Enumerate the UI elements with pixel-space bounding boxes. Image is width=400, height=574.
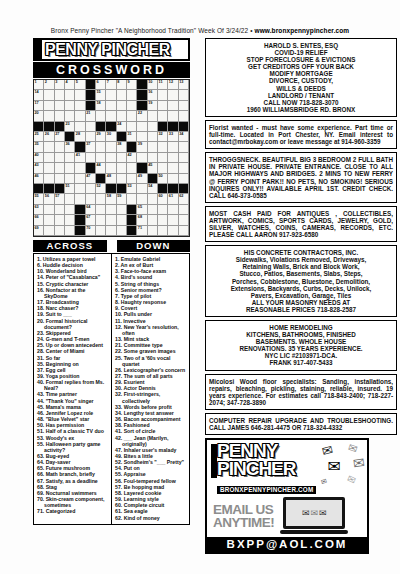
clue: 51. Half of a classic TV duo xyxy=(37,428,109,434)
white-cell[interactable] xyxy=(96,194,106,204)
white-cell[interactable] xyxy=(168,174,178,184)
white-cell[interactable]: 51 xyxy=(65,184,75,194)
white-cell[interactable] xyxy=(137,184,147,194)
white-cell[interactable] xyxy=(127,101,137,111)
white-cell[interactable]: 60 xyxy=(158,194,168,204)
white-cell[interactable]: 24 xyxy=(117,122,127,132)
white-cell[interactable]: 26 xyxy=(44,132,54,142)
white-cell[interactable] xyxy=(137,153,147,163)
white-cell[interactable]: 10 xyxy=(148,80,158,90)
email-address-bar: BXPP@AOL.COM xyxy=(207,537,367,552)
cell-number: 46 xyxy=(35,174,39,178)
ad-line: Porches, Cobblestone, Bluestone, Demolit… xyxy=(209,278,393,285)
white-cell[interactable]: 5 xyxy=(75,80,85,90)
white-cell[interactable]: 46 xyxy=(34,174,44,184)
cell-number: 34 xyxy=(179,132,183,136)
white-cell[interactable]: 45 xyxy=(148,163,158,173)
white-cell[interactable]: 3 xyxy=(55,80,65,90)
black-cell xyxy=(75,142,85,152)
white-cell[interactable] xyxy=(179,163,189,173)
cell-number: 4 xyxy=(65,80,67,84)
white-cell[interactable] xyxy=(117,163,127,173)
white-cell[interactable]: 17 xyxy=(34,101,44,111)
white-cell[interactable] xyxy=(44,111,54,121)
white-cell[interactable] xyxy=(106,101,116,111)
white-cell[interactable] xyxy=(44,153,54,163)
cell-number: 62 xyxy=(179,194,183,198)
cell-number: 42 xyxy=(127,153,131,157)
white-cell[interactable] xyxy=(44,90,54,100)
white-cell[interactable]: 63 xyxy=(34,205,44,215)
black-cell xyxy=(137,101,147,111)
white-cell[interactable]: 8 xyxy=(117,80,127,90)
white-cell[interactable] xyxy=(75,101,85,111)
white-cell[interactable] xyxy=(148,153,158,163)
white-cell[interactable]: 42 xyxy=(127,153,137,163)
white-cell[interactable]: 36 xyxy=(65,142,75,152)
ad-line: DIVORCE, CUSTODY, xyxy=(209,77,393,84)
white-cell[interactable]: 2 xyxy=(44,80,54,90)
white-cell[interactable] xyxy=(65,215,75,225)
black-cell xyxy=(75,205,85,215)
white-cell[interactable] xyxy=(117,101,127,111)
white-cell[interactable] xyxy=(127,111,137,121)
white-cell[interactable]: 50 xyxy=(158,174,168,184)
ad-line: KITCHENS, BATHROOMS, FINISHED xyxy=(209,331,393,338)
across-clues: 1. Utilizes a paper towel6. Huddle decis… xyxy=(34,254,111,524)
cell-number: 43 xyxy=(35,163,39,167)
white-cell[interactable] xyxy=(44,205,54,215)
ad-line: Extensions, Backyards, Curbs, Decks, Uni… xyxy=(209,285,393,292)
white-cell[interactable] xyxy=(168,101,178,111)
white-cell[interactable] xyxy=(106,90,116,100)
white-cell[interactable]: 15 xyxy=(96,90,106,100)
white-cell[interactable]: 39 xyxy=(137,142,147,152)
white-cell[interactable]: 40 xyxy=(34,153,44,163)
black-cell xyxy=(96,174,106,184)
black-cell xyxy=(34,184,44,194)
ad-line: BASEMENTS. WHOLE HOUSE xyxy=(209,338,393,345)
white-cell[interactable] xyxy=(168,153,178,163)
white-cell[interactable] xyxy=(75,90,85,100)
white-cell[interactable] xyxy=(117,111,127,121)
cell-number: 16 xyxy=(148,90,152,94)
ads-column: HAROLD S. ENTES, ESQCOVID-19 RELIEFSTOP … xyxy=(205,38,397,554)
white-cell[interactable]: 9 xyxy=(127,80,137,90)
white-cell[interactable] xyxy=(127,90,137,100)
envelope-icon: ✉ xyxy=(352,455,366,470)
white-cell[interactable] xyxy=(96,205,106,215)
white-cell[interactable] xyxy=(65,163,75,173)
white-cell[interactable]: 47 xyxy=(86,174,96,184)
classified-ad: HAROLD S. ENTES, ESQCOVID-19 RELIEFSTOP … xyxy=(205,38,397,117)
cell-number: 55 xyxy=(35,194,39,198)
clue: 70. Skin-cream component, sometimes xyxy=(37,496,109,508)
cell-number: 23 xyxy=(65,122,69,126)
ad-line: Retaining Walls, Brick and Block Work, xyxy=(209,263,393,270)
white-cell[interactable] xyxy=(117,205,127,215)
white-cell[interactable]: 65 xyxy=(137,205,147,215)
white-cell[interactable] xyxy=(168,90,178,100)
cell-number: 9 xyxy=(127,80,129,84)
white-cell[interactable]: 64 xyxy=(86,205,96,215)
cell-number: 32 xyxy=(158,132,162,136)
white-cell[interactable] xyxy=(44,226,54,236)
white-cell[interactable] xyxy=(158,163,168,173)
white-cell[interactable] xyxy=(158,205,168,215)
white-cell[interactable] xyxy=(117,215,127,225)
white-cell[interactable]: 7 xyxy=(106,80,116,90)
white-cell[interactable]: 54 xyxy=(148,184,158,194)
white-cell[interactable]: 49 xyxy=(137,174,147,184)
clue-headers: ACROSS DOWN xyxy=(33,240,190,252)
white-cell[interactable]: 1 xyxy=(34,80,44,90)
white-cell[interactable] xyxy=(148,142,158,152)
cell-number: 2 xyxy=(45,80,47,84)
white-cell[interactable] xyxy=(158,215,168,225)
clue: 20. Formal historical document? xyxy=(37,318,109,330)
white-cell[interactable] xyxy=(55,163,65,173)
white-cell[interactable]: 30 xyxy=(106,132,116,142)
white-cell[interactable]: 6 xyxy=(96,80,106,90)
white-cell[interactable]: 69 xyxy=(34,226,44,236)
white-cell[interactable] xyxy=(148,122,158,132)
black-cell xyxy=(55,122,65,132)
laptop-screen: ✉ ✉ ✉ xyxy=(283,497,345,529)
ad-line: LANDLORD / TENANT xyxy=(209,92,393,99)
white-cell[interactable] xyxy=(44,142,54,152)
white-cell[interactable]: 25 xyxy=(34,132,44,142)
ad-line: 1960 WILLIAMSBRIDGE RD. BRONX xyxy=(209,106,393,113)
ad-line: Pavers, Excavation, Garage, Tiles xyxy=(209,292,393,299)
white-cell[interactable] xyxy=(158,111,168,121)
white-cell[interactable] xyxy=(179,142,189,152)
clue-box: 1. Utilizes a paper towel6. Huddle decis… xyxy=(33,253,190,525)
down-clues: 1. Emulate Gabriel2. An ex of Burt3. Fac… xyxy=(111,254,189,524)
white-cell[interactable] xyxy=(55,153,65,163)
white-cell[interactable] xyxy=(86,122,96,132)
cell-number: 44 xyxy=(96,163,100,167)
white-cell[interactable] xyxy=(55,205,65,215)
white-cell[interactable] xyxy=(75,174,85,184)
classified-ad: HIS CONCRETE CONTRACTORS, INC.Sidewalks,… xyxy=(205,245,397,317)
white-cell[interactable] xyxy=(65,153,75,163)
cell-number: 48 xyxy=(107,174,111,178)
white-cell[interactable]: 35 xyxy=(34,142,44,152)
envelope-icon: ✉ xyxy=(302,509,310,518)
cell-number: 52 xyxy=(96,184,100,188)
white-cell[interactable] xyxy=(148,205,158,215)
black-cell xyxy=(65,132,75,142)
cell-number: 58 xyxy=(107,194,111,198)
white-cell[interactable]: 57 xyxy=(55,194,65,204)
white-cell[interactable] xyxy=(55,111,65,121)
white-cell[interactable] xyxy=(179,90,189,100)
black-cell xyxy=(127,142,137,152)
cell-number: 60 xyxy=(158,194,162,198)
white-cell[interactable] xyxy=(158,101,168,111)
email-us-line2: ANYTIME! xyxy=(213,516,274,529)
white-cell[interactable]: 31 xyxy=(127,132,137,142)
black-cell xyxy=(117,184,127,194)
white-cell[interactable] xyxy=(75,163,85,173)
ad-line: WILLS & DEEDS xyxy=(209,85,393,92)
cell-number: 21 xyxy=(86,111,90,115)
white-cell[interactable] xyxy=(55,174,65,184)
ad-line: Sidewalks, Violations Removed, Driveways… xyxy=(209,256,393,263)
white-cell[interactable] xyxy=(55,142,65,152)
white-cell[interactable]: 66 xyxy=(34,215,44,225)
white-cell[interactable] xyxy=(137,122,147,132)
header-url: www.bronxpennypincher.com xyxy=(254,27,349,34)
white-cell[interactable]: 48 xyxy=(106,174,116,184)
black-cell xyxy=(86,90,96,100)
clue: 12. New Year's resolution, often xyxy=(115,324,187,336)
white-cell[interactable] xyxy=(148,132,158,142)
ad-line: MODIFY MORTGAGE xyxy=(209,70,393,77)
white-cell[interactable] xyxy=(106,215,116,225)
white-cell[interactable] xyxy=(44,101,54,111)
white-cell[interactable] xyxy=(117,174,127,184)
classified-ad: MOST CASH PAID FOR ANTIQUES , COLLECTIBL… xyxy=(205,206,397,242)
white-cell[interactable] xyxy=(168,215,178,225)
white-cell[interactable] xyxy=(127,122,137,132)
white-cell[interactable]: 62 xyxy=(179,194,189,204)
white-cell[interactable]: 29 xyxy=(96,132,106,142)
cell-number: 5 xyxy=(76,80,78,84)
white-cell[interactable]: 43 xyxy=(34,163,44,173)
cell-number: 51 xyxy=(65,184,69,188)
ad-line: HIS CONCRETE CONTRACTORS, INC. xyxy=(209,249,393,256)
white-cell[interactable] xyxy=(179,205,189,215)
ad-line: REASONABLE PRICES 718-828-2587 xyxy=(209,306,393,313)
white-cell[interactable]: 20 xyxy=(34,111,44,121)
black-cell xyxy=(55,184,65,194)
white-cell[interactable]: 38 xyxy=(117,142,127,152)
white-cell[interactable]: 4 xyxy=(65,80,75,90)
classified-ad: Florist wanted - must have some experien… xyxy=(205,120,397,149)
white-cell[interactable] xyxy=(65,226,75,236)
white-cell[interactable] xyxy=(96,153,106,163)
clue: 14. Peter of "Casablanca" xyxy=(37,274,109,280)
white-cell[interactable]: 16 xyxy=(148,90,158,100)
clue: 40. Formal replies from Ms. Neal? xyxy=(37,379,109,391)
white-cell[interactable] xyxy=(44,215,54,225)
cell-number: 17 xyxy=(35,101,39,105)
white-cell[interactable] xyxy=(168,111,178,121)
email-ad-site-bar: BRONXPENNYPINCHER.COM xyxy=(217,486,316,494)
white-cell[interactable]: 37 xyxy=(86,142,96,152)
white-cell[interactable] xyxy=(65,205,75,215)
ad-line: HAROLD S. ENTES, ESQ xyxy=(209,42,393,49)
white-cell[interactable]: 23 xyxy=(65,122,75,132)
ad-line: CALL NOW 718-828-3070 xyxy=(209,99,393,106)
white-cell[interactable]: 11 xyxy=(158,80,168,90)
white-cell[interactable] xyxy=(96,111,106,121)
black-cell xyxy=(148,174,158,184)
white-cell[interactable] xyxy=(86,184,96,194)
white-cell[interactable] xyxy=(106,111,116,121)
envelope-icon: ✉ xyxy=(310,509,318,518)
white-cell[interactable] xyxy=(158,90,168,100)
white-cell[interactable]: 59 xyxy=(117,194,127,204)
white-cell[interactable] xyxy=(168,163,178,173)
white-cell[interactable] xyxy=(106,226,116,236)
black-cell xyxy=(106,184,116,194)
white-cell[interactable] xyxy=(65,111,75,121)
black-cell xyxy=(137,90,147,100)
white-cell[interactable]: 13 xyxy=(179,80,189,90)
white-cell[interactable] xyxy=(55,101,65,111)
cell-number: 20 xyxy=(35,111,39,115)
cell-number: 38 xyxy=(117,142,121,146)
white-cell[interactable] xyxy=(86,153,96,163)
cell-number: 36 xyxy=(65,142,69,146)
white-cell[interactable]: 68 xyxy=(137,215,147,225)
white-cell[interactable]: 28 xyxy=(75,132,85,142)
white-cell[interactable] xyxy=(55,90,65,100)
white-cell[interactable] xyxy=(75,122,85,132)
cell-number: 49 xyxy=(138,174,142,178)
cell-number: 14 xyxy=(35,90,39,94)
white-cell[interactable] xyxy=(148,215,158,225)
white-cell[interactable]: 71 xyxy=(137,226,147,236)
white-cell[interactable]: 58 xyxy=(106,194,116,204)
white-cell[interactable] xyxy=(127,174,137,184)
cell-number: 12 xyxy=(169,80,173,84)
white-cell[interactable]: 18 xyxy=(96,101,106,111)
black-cell xyxy=(86,101,96,111)
white-cell[interactable] xyxy=(179,226,189,236)
white-cell[interactable] xyxy=(168,142,178,152)
white-cell[interactable]: 61 xyxy=(168,194,178,204)
black-cell xyxy=(86,163,96,173)
classified-ad: THROGGSNECK. BEAUTIFUL BIG 3 BEDROOM 2 F… xyxy=(205,152,397,203)
white-cell[interactable] xyxy=(148,111,158,121)
white-cell[interactable] xyxy=(44,163,54,173)
white-cell[interactable] xyxy=(106,153,116,163)
envelope-icon: ✉ xyxy=(319,509,327,518)
white-cell[interactable] xyxy=(65,194,75,204)
white-cell[interactable] xyxy=(179,174,189,184)
white-cell[interactable] xyxy=(179,215,189,225)
white-cell[interactable] xyxy=(137,132,147,142)
classified-ad: HOME REMODELINGKITCHENS, BATHROOMS, FINI… xyxy=(205,320,397,371)
classified-ad: Micolosi Wood floor specialists: Sanding… xyxy=(205,374,397,410)
cell-number: 31 xyxy=(127,132,131,136)
white-cell[interactable] xyxy=(65,101,75,111)
black-cell xyxy=(179,122,189,132)
white-cell[interactable] xyxy=(179,101,189,111)
black-cell xyxy=(137,163,147,173)
white-cell[interactable] xyxy=(75,184,85,194)
white-cell[interactable] xyxy=(65,174,75,184)
newspaper-page: Bronx Penny Pincher "A Neighborhood Trad… xyxy=(0,0,400,574)
white-cell[interactable] xyxy=(44,174,54,184)
cell-number: 69 xyxy=(35,226,39,230)
white-cell[interactable]: 52 xyxy=(96,184,106,194)
clue: 42. ___ Jean (Marilyn, originally) xyxy=(115,435,187,447)
black-cell xyxy=(75,215,85,225)
white-cell[interactable]: 53 xyxy=(127,184,137,194)
cell-number: 30 xyxy=(107,132,111,136)
white-cell[interactable] xyxy=(117,90,127,100)
black-cell xyxy=(127,215,137,225)
black-cell xyxy=(75,226,85,236)
white-cell[interactable] xyxy=(179,111,189,121)
logo-tab xyxy=(211,444,217,478)
white-cell[interactable] xyxy=(55,226,65,236)
cell-number: 37 xyxy=(86,142,90,146)
white-cell[interactable] xyxy=(106,205,116,215)
white-cell[interactable] xyxy=(86,132,96,142)
white-cell[interactable] xyxy=(127,194,137,204)
cell-number: 41 xyxy=(76,153,80,157)
white-cell[interactable] xyxy=(75,194,85,204)
white-cell[interactable] xyxy=(158,153,168,163)
cell-number: 61 xyxy=(169,194,173,198)
white-cell[interactable] xyxy=(106,163,116,173)
white-cell[interactable] xyxy=(158,226,168,236)
white-cell[interactable] xyxy=(148,194,158,204)
cell-number: 11 xyxy=(158,80,162,84)
cell-number: 25 xyxy=(35,132,39,136)
white-cell[interactable]: 44 xyxy=(96,163,106,173)
white-cell[interactable] xyxy=(65,90,75,100)
white-cell[interactable] xyxy=(179,153,189,163)
white-cell[interactable]: 34 xyxy=(179,132,189,142)
white-cell[interactable]: 70 xyxy=(86,226,96,236)
white-cell[interactable]: 12 xyxy=(168,80,178,90)
white-cell[interactable] xyxy=(148,226,158,236)
white-cell[interactable]: 14 xyxy=(34,90,44,100)
white-cell[interactable]: 19 xyxy=(148,101,158,111)
white-cell[interactable] xyxy=(96,215,106,225)
white-cell[interactable]: 32 xyxy=(158,132,168,142)
white-cell[interactable]: 41 xyxy=(75,153,85,163)
white-cell[interactable]: 56 xyxy=(44,194,54,204)
white-cell[interactable]: 55 xyxy=(34,194,44,204)
white-cell[interactable] xyxy=(86,194,96,204)
white-cell[interactable]: 21 xyxy=(86,111,96,121)
cell-number: 59 xyxy=(117,194,121,198)
white-cell[interactable]: 22 xyxy=(137,111,147,121)
white-cell[interactable] xyxy=(158,142,168,152)
white-cell[interactable] xyxy=(127,163,137,173)
white-cell[interactable] xyxy=(137,194,147,204)
white-cell[interactable] xyxy=(106,142,116,152)
white-cell[interactable] xyxy=(75,111,85,121)
white-cell[interactable]: 27 xyxy=(55,132,65,142)
black-cell xyxy=(44,122,54,132)
cell-number: 57 xyxy=(55,194,59,198)
cell-number: 19 xyxy=(148,101,152,105)
clue: 62. Kind of money xyxy=(115,515,187,521)
white-cell[interactable] xyxy=(168,205,178,215)
white-cell[interactable] xyxy=(96,226,106,236)
cell-number: 22 xyxy=(138,111,142,115)
white-cell[interactable]: 67 xyxy=(86,215,96,225)
white-cell[interactable] xyxy=(117,226,127,236)
white-cell[interactable] xyxy=(55,215,65,225)
cell-number: 53 xyxy=(127,184,131,188)
white-cell[interactable] xyxy=(117,153,127,163)
white-cell[interactable] xyxy=(168,226,178,236)
white-cell[interactable] xyxy=(96,142,106,152)
clue: 16. Nonfactor at the SkyDome xyxy=(37,287,109,299)
white-cell[interactable]: 33 xyxy=(168,132,178,142)
cell-number: 3 xyxy=(55,80,57,84)
